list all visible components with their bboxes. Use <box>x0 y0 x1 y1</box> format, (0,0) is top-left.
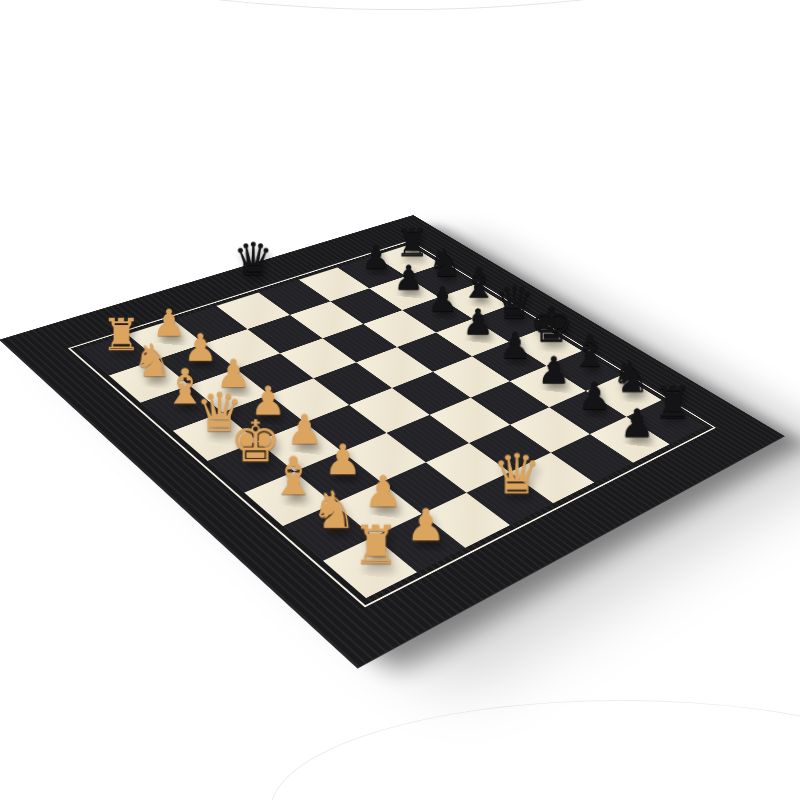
square-b8[interactable] <box>406 264 475 297</box>
square-b7[interactable] <box>369 276 439 310</box>
square-b5[interactable] <box>290 301 363 338</box>
square-b6[interactable] <box>330 288 402 323</box>
square-b4[interactable] <box>248 315 323 353</box>
square-c5[interactable] <box>322 324 397 363</box>
square-a7[interactable] <box>337 256 406 289</box>
square-c4[interactable] <box>280 338 356 378</box>
square-d5[interactable] <box>356 347 432 388</box>
scan-artifact-line-top <box>0 0 800 10</box>
square-a8[interactable] <box>374 245 441 276</box>
black-pawn-f7[interactable]: ♟ <box>537 352 570 389</box>
square-f7[interactable] <box>509 366 585 408</box>
pieces-layer: ♜♞♝♛♚♝♞♜♟♟♟♟♟♟♟♟♛♜♞♝♛♚♝♞♜♟♟♟♟♟♟♟♟♛ <box>0 215 783 667</box>
square-a4[interactable] <box>217 293 290 329</box>
white-knight-g1[interactable]: ♞ <box>311 485 357 536</box>
white-rook-h1[interactable]: ♜ <box>353 519 400 572</box>
black-bishop-f8[interactable]: ♝ <box>570 329 609 373</box>
black-pawn-d7[interactable]: ♟ <box>462 304 494 340</box>
board-frame: ♜♞♝♛♚♝♞♜♟♟♟♟♟♟♟♟♛♜♞♝♛♚♝♞♜♟♟♟♟♟♟♟♟♛ <box>0 215 785 669</box>
square-a5[interactable] <box>259 280 331 315</box>
black-knight-g8[interactable]: ♞ <box>611 355 650 398</box>
white-pawn-g2[interactable]: ♟ <box>364 470 403 513</box>
product-photo-scene: ♜♞♝♛♚♝♞♜♟♟♟♟♟♟♟♟♛♜♞♝♛♚♝♞♜♟♟♟♟♟♟♟♟♛ <box>0 0 800 800</box>
black-rook-h8[interactable]: ♜ <box>653 381 693 425</box>
square-d7[interactable] <box>436 319 509 357</box>
square-c6[interactable] <box>363 310 436 347</box>
square-a6[interactable] <box>299 268 369 302</box>
square-e7[interactable] <box>472 342 547 382</box>
black-queen-d8[interactable]: ♛ <box>494 280 535 326</box>
black-pawn-b7[interactable]: ♟ <box>393 261 424 295</box>
black-bishop-c8[interactable]: ♝ <box>461 262 498 303</box>
black-pawn-h7[interactable]: ♟ <box>619 404 654 443</box>
black-pawn-c7[interactable]: ♟ <box>427 282 458 317</box>
white-pawn-e2[interactable]: ♟ <box>286 409 323 450</box>
black-pawn-e7[interactable]: ♟ <box>499 327 532 363</box>
square-e6[interactable] <box>433 356 509 397</box>
white-pawn-f2[interactable]: ♟ <box>324 439 362 481</box>
square-e8[interactable] <box>509 328 582 366</box>
square-d6[interactable] <box>397 333 472 372</box>
chess-board-3d-wrapper: ♜♞♝♛♚♝♞♜♟♟♟♟♟♟♟♟♛♜♞♝♛♚♝♞♜♟♟♟♟♟♟♟♟♛ <box>80 76 704 700</box>
black-queen-frame[interactable]: ♛ <box>233 237 273 282</box>
white-queen-h4[interactable]: ♛ <box>492 447 542 502</box>
black-rook-a8[interactable]: ♜ <box>395 224 429 262</box>
black-king-e8[interactable]: ♚ <box>530 300 574 349</box>
black-knight-b8[interactable]: ♞ <box>428 244 463 283</box>
scan-artifact-line-bottom <box>270 700 800 800</box>
black-pawn-a7[interactable]: ♟ <box>361 240 391 273</box>
square-c8[interactable] <box>439 284 509 318</box>
white-pawn-h2[interactable]: ♟ <box>406 503 446 547</box>
square-d8[interactable] <box>473 306 545 342</box>
black-pawn-g7[interactable]: ♟ <box>577 377 611 415</box>
square-c7[interactable] <box>402 297 474 333</box>
